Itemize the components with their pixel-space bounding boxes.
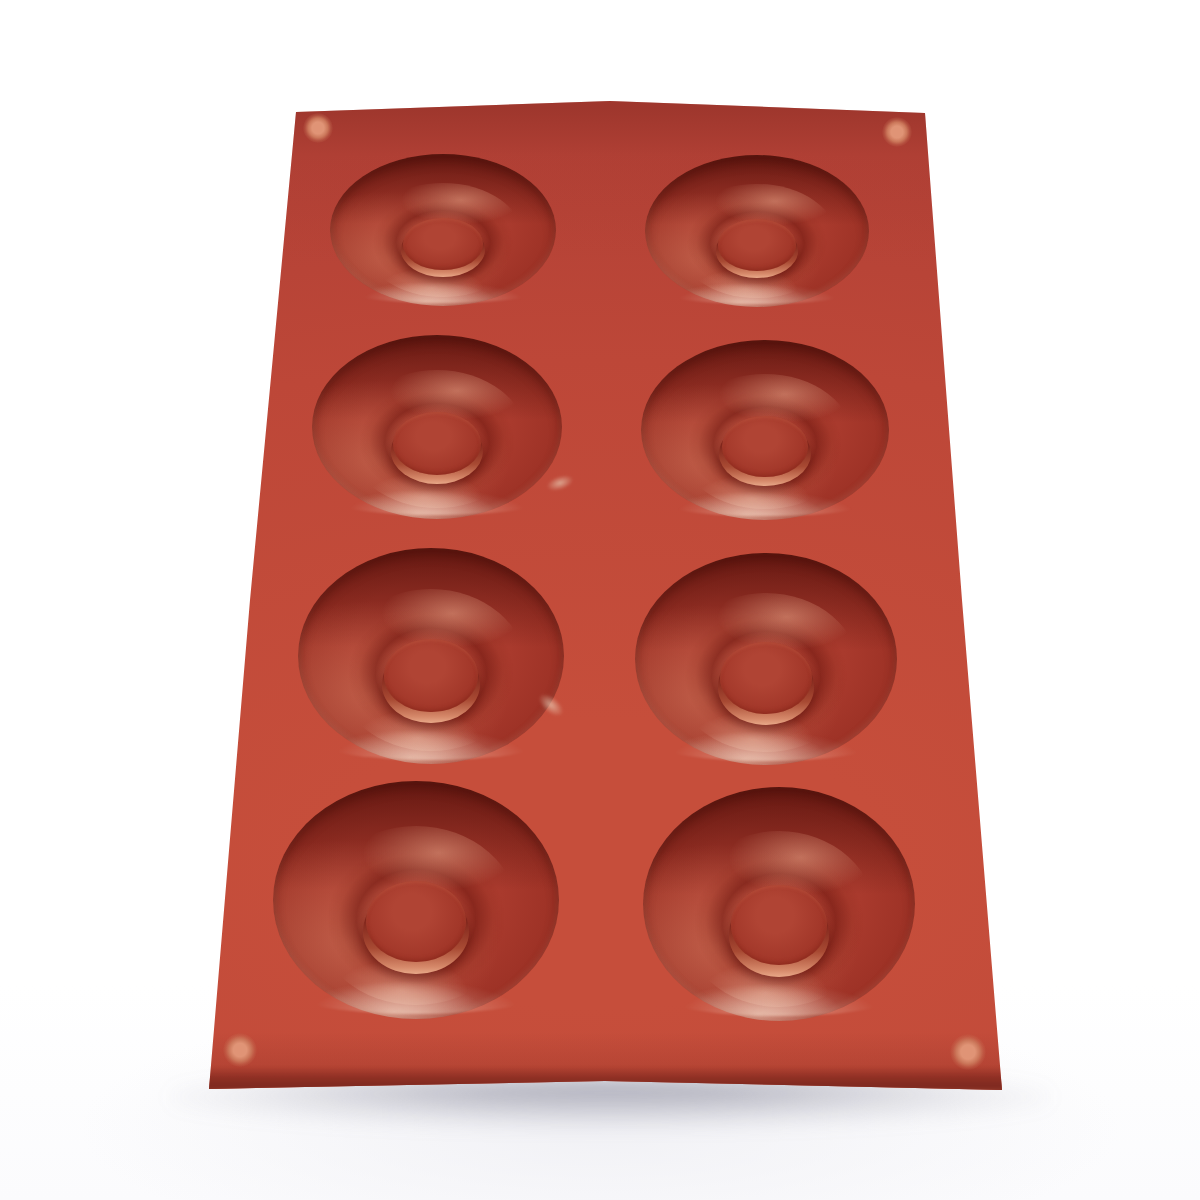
corner-hole xyxy=(950,1034,986,1070)
cavity-lip-highlight xyxy=(319,725,542,760)
donut-cavity xyxy=(645,155,869,307)
center-post-top xyxy=(718,219,796,271)
donut-cavity xyxy=(298,548,564,764)
center-post-top xyxy=(731,885,826,965)
center-post-top xyxy=(366,881,466,962)
cavity-lip-highlight xyxy=(665,979,893,1016)
donut-cavity xyxy=(641,340,889,520)
center-post-top xyxy=(722,416,809,477)
cavity-lip-highlight xyxy=(663,280,851,304)
donut-cavity xyxy=(312,335,562,519)
center-post-top xyxy=(384,639,477,712)
cavity-lip-highlight xyxy=(296,976,536,1014)
corner-hole xyxy=(223,1033,257,1067)
center-post-top xyxy=(393,412,481,475)
donut-cavity xyxy=(635,553,897,765)
donut-cavity xyxy=(643,787,915,1021)
center-post-top xyxy=(720,642,812,714)
donut-cavity xyxy=(273,781,559,1019)
cavity-lip-highlight xyxy=(348,279,538,303)
product-photo xyxy=(0,0,1200,1200)
donut-cavity xyxy=(330,154,556,306)
cavity-lip-highlight xyxy=(661,488,869,517)
cavity-lip-highlight xyxy=(656,727,876,761)
corner-hole xyxy=(303,113,333,143)
corner-hole xyxy=(882,117,912,147)
center-post-top xyxy=(403,218,482,270)
cavity-lip-highlight xyxy=(332,486,542,515)
